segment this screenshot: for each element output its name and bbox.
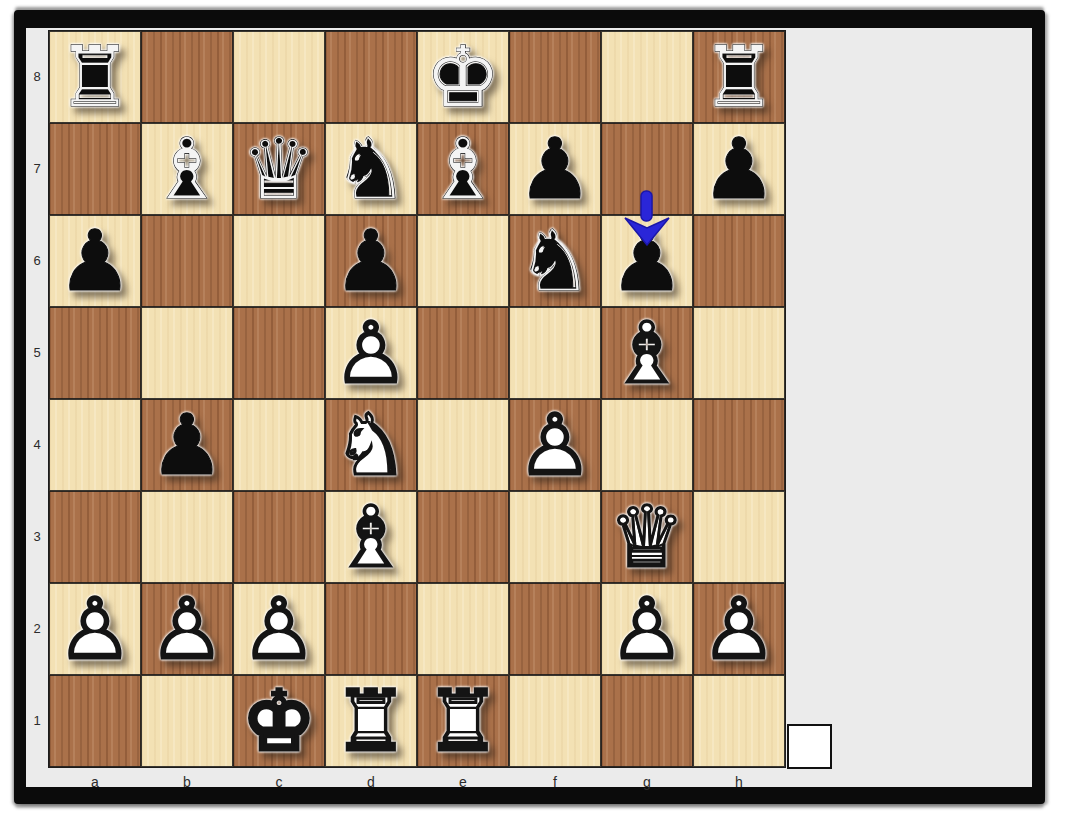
square-b7[interactable]: ♝♗ xyxy=(141,123,233,215)
black-rook-piece[interactable]: ♜♖ xyxy=(693,31,785,123)
file-label-d: d xyxy=(325,774,417,790)
black-pawn-piece[interactable]: ♟ xyxy=(141,399,233,491)
rank-label-1: 1 xyxy=(26,713,48,728)
square-c5[interactable] xyxy=(233,307,325,399)
white-pawn-piece[interactable]: ♟♙ xyxy=(141,583,233,675)
rank-label-5: 5 xyxy=(26,345,48,360)
square-g2[interactable]: ♟♙ xyxy=(601,583,693,675)
square-a5[interactable] xyxy=(49,307,141,399)
file-label-a: a xyxy=(49,774,141,790)
piece-body: ♛ xyxy=(601,491,693,583)
square-d6[interactable]: ♟ xyxy=(325,215,417,307)
diagram-area: ♜♖♚♔♜♖♝♗♛♕♞♘♝♗♟♟♟♟♞♘♟♟♙♝♗♟♞♘♟♙♝♗♛♕♟♙♟♙♟♙… xyxy=(26,28,1032,787)
square-h1[interactable] xyxy=(693,675,785,767)
chess-board: ♜♖♚♔♜♖♝♗♛♕♞♘♝♗♟♟♟♟♞♘♟♟♙♝♗♟♞♘♟♙♝♗♛♕♟♙♟♙♟♙… xyxy=(48,30,786,768)
square-a1[interactable] xyxy=(49,675,141,767)
rank-label-3: 3 xyxy=(26,529,48,544)
black-rook-piece[interactable]: ♜♖ xyxy=(49,31,141,123)
piece-body: ♝ xyxy=(141,123,233,215)
square-e1[interactable]: ♜♖ xyxy=(417,675,509,767)
square-f6[interactable]: ♞♘ xyxy=(509,215,601,307)
square-b6[interactable] xyxy=(141,215,233,307)
square-a6[interactable]: ♟ xyxy=(49,215,141,307)
square-d8[interactable] xyxy=(325,31,417,123)
square-f7[interactable]: ♟ xyxy=(509,123,601,215)
square-e5[interactable] xyxy=(417,307,509,399)
square-b3[interactable] xyxy=(141,491,233,583)
white-pawn-piece[interactable]: ♟♙ xyxy=(509,399,601,491)
square-c2[interactable]: ♟♙ xyxy=(233,583,325,675)
square-a3[interactable] xyxy=(49,491,141,583)
black-pawn-piece[interactable]: ♟ xyxy=(601,215,693,307)
piece-body: ♟ xyxy=(509,123,601,215)
piece-body: ♝ xyxy=(417,123,509,215)
piece-detail: ♖ xyxy=(693,31,785,123)
piece-detail: ♕ xyxy=(601,491,693,583)
square-g4[interactable] xyxy=(601,399,693,491)
piece-body: ♟ xyxy=(693,583,785,675)
side-to-move-indicator xyxy=(787,724,832,769)
square-h8[interactable]: ♜♖ xyxy=(693,31,785,123)
piece-detail: ♙ xyxy=(325,307,417,399)
black-bishop-piece[interactable]: ♝♗ xyxy=(141,123,233,215)
square-d5[interactable]: ♟♙ xyxy=(325,307,417,399)
piece-detail: ♖ xyxy=(49,31,141,123)
square-e6[interactable] xyxy=(417,215,509,307)
piece-body: ♞ xyxy=(509,215,601,307)
file-label-c: c xyxy=(233,774,325,790)
piece-body: ♜ xyxy=(693,31,785,123)
white-rook-piece[interactable]: ♜♖ xyxy=(417,675,509,767)
square-g5[interactable]: ♝♗ xyxy=(601,307,693,399)
square-c4[interactable] xyxy=(233,399,325,491)
black-queen-piece[interactable]: ♛♕ xyxy=(233,123,325,215)
square-a8[interactable]: ♜♖ xyxy=(49,31,141,123)
piece-body: ♝ xyxy=(325,491,417,583)
white-pawn-piece[interactable]: ♟♙ xyxy=(601,583,693,675)
piece-body: ♟ xyxy=(141,399,233,491)
square-b8[interactable] xyxy=(141,31,233,123)
piece-detail: ♘ xyxy=(325,123,417,215)
rank-label-2: 2 xyxy=(26,621,48,636)
square-g1[interactable] xyxy=(601,675,693,767)
black-pawn-piece[interactable]: ♟ xyxy=(693,123,785,215)
white-king-piece[interactable]: ♚♔ xyxy=(233,675,325,767)
square-c8[interactable] xyxy=(233,31,325,123)
square-b5[interactable] xyxy=(141,307,233,399)
piece-detail: ♗ xyxy=(417,123,509,215)
square-e3[interactable] xyxy=(417,491,509,583)
piece-detail: ♕ xyxy=(233,123,325,215)
square-d2[interactable] xyxy=(325,583,417,675)
white-knight-piece[interactable]: ♞♘ xyxy=(325,399,417,491)
black-pawn-piece[interactable]: ♟ xyxy=(49,215,141,307)
square-f3[interactable] xyxy=(509,491,601,583)
square-b1[interactable] xyxy=(141,675,233,767)
piece-detail: ♙ xyxy=(601,583,693,675)
square-e8[interactable]: ♚♔ xyxy=(417,31,509,123)
piece-body: ♝ xyxy=(601,307,693,399)
square-a4[interactable] xyxy=(49,399,141,491)
file-label-e: e xyxy=(417,774,509,790)
piece-body: ♟ xyxy=(601,583,693,675)
piece-body: ♞ xyxy=(325,399,417,491)
file-label-h: h xyxy=(693,774,785,790)
square-g8[interactable] xyxy=(601,31,693,123)
white-rook-piece[interactable]: ♜♖ xyxy=(325,675,417,767)
piece-body: ♟ xyxy=(49,583,141,675)
piece-detail: ♗ xyxy=(141,123,233,215)
piece-detail: ♙ xyxy=(693,583,785,675)
file-label-g: g xyxy=(601,774,693,790)
piece-body: ♟ xyxy=(601,215,693,307)
square-g7[interactable] xyxy=(601,123,693,215)
piece-detail: ♘ xyxy=(509,215,601,307)
piece-detail: ♙ xyxy=(509,399,601,491)
file-label-f: f xyxy=(509,774,601,790)
piece-body: ♞ xyxy=(325,123,417,215)
black-pawn-piece[interactable]: ♟ xyxy=(325,215,417,307)
square-e2[interactable] xyxy=(417,583,509,675)
white-queen-piece[interactable]: ♛♕ xyxy=(601,491,693,583)
square-c1[interactable]: ♚♔ xyxy=(233,675,325,767)
piece-detail: ♖ xyxy=(325,675,417,767)
white-bishop-piece[interactable]: ♝♗ xyxy=(325,491,417,583)
black-knight-piece[interactable]: ♞♘ xyxy=(325,123,417,215)
file-label-b: b xyxy=(141,774,233,790)
piece-detail: ♘ xyxy=(325,399,417,491)
square-d4[interactable]: ♞♘ xyxy=(325,399,417,491)
white-pawn-piece[interactable]: ♟♙ xyxy=(693,583,785,675)
piece-detail: ♔ xyxy=(233,675,325,767)
square-b2[interactable]: ♟♙ xyxy=(141,583,233,675)
square-e7[interactable]: ♝♗ xyxy=(417,123,509,215)
square-a7[interactable] xyxy=(49,123,141,215)
square-c6[interactable] xyxy=(233,215,325,307)
black-bishop-piece[interactable]: ♝♗ xyxy=(417,123,509,215)
piece-body: ♜ xyxy=(417,675,509,767)
white-bishop-piece[interactable]: ♝♗ xyxy=(601,307,693,399)
piece-detail: ♙ xyxy=(233,583,325,675)
piece-body: ♚ xyxy=(417,31,509,123)
square-f4[interactable]: ♟♙ xyxy=(509,399,601,491)
square-h3[interactable] xyxy=(693,491,785,583)
white-pawn-piece[interactable]: ♟♙ xyxy=(325,307,417,399)
piece-body: ♟ xyxy=(49,215,141,307)
square-c7[interactable]: ♛♕ xyxy=(233,123,325,215)
black-king-piece[interactable]: ♚♔ xyxy=(417,31,509,123)
square-e4[interactable] xyxy=(417,399,509,491)
square-f5[interactable] xyxy=(509,307,601,399)
black-pawn-piece[interactable]: ♟ xyxy=(509,123,601,215)
rank-label-8: 8 xyxy=(26,69,48,84)
square-f2[interactable] xyxy=(509,583,601,675)
piece-body: ♜ xyxy=(325,675,417,767)
square-g6[interactable]: ♟ xyxy=(601,215,693,307)
black-knight-piece[interactable]: ♞♘ xyxy=(509,215,601,307)
square-h5[interactable] xyxy=(693,307,785,399)
square-c3[interactable] xyxy=(233,491,325,583)
square-g3[interactable]: ♛♕ xyxy=(601,491,693,583)
piece-detail: ♙ xyxy=(141,583,233,675)
rank-label-4: 4 xyxy=(26,437,48,452)
piece-body: ♚ xyxy=(233,675,325,767)
piece-body: ♟ xyxy=(325,215,417,307)
square-h7[interactable]: ♟ xyxy=(693,123,785,215)
square-d3[interactable]: ♝♗ xyxy=(325,491,417,583)
square-d1[interactable]: ♜♖ xyxy=(325,675,417,767)
rank-label-7: 7 xyxy=(26,161,48,176)
white-pawn-piece[interactable]: ♟♙ xyxy=(233,583,325,675)
piece-body: ♟ xyxy=(509,399,601,491)
diagram-page: ♜♖♚♔♜♖♝♗♛♕♞♘♝♗♟♟♟♟♞♘♟♟♙♝♗♟♞♘♟♙♝♗♛♕♟♙♟♙♟♙… xyxy=(0,0,1066,821)
piece-body: ♟ xyxy=(233,583,325,675)
piece-detail: ♔ xyxy=(417,31,509,123)
piece-body: ♟ xyxy=(693,123,785,215)
square-b4[interactable]: ♟ xyxy=(141,399,233,491)
piece-body: ♟ xyxy=(141,583,233,675)
square-f1[interactable] xyxy=(509,675,601,767)
square-h4[interactable] xyxy=(693,399,785,491)
piece-body: ♜ xyxy=(49,31,141,123)
piece-detail: ♖ xyxy=(417,675,509,767)
square-f8[interactable] xyxy=(509,31,601,123)
rank-label-6: 6 xyxy=(26,253,48,268)
square-a2[interactable]: ♟♙ xyxy=(49,583,141,675)
piece-detail: ♗ xyxy=(601,307,693,399)
square-h6[interactable] xyxy=(693,215,785,307)
piece-body: ♛ xyxy=(233,123,325,215)
piece-body: ♟ xyxy=(325,307,417,399)
square-h2[interactable]: ♟♙ xyxy=(693,583,785,675)
white-pawn-piece[interactable]: ♟♙ xyxy=(49,583,141,675)
hand-drawn-frame: ♜♖♚♔♜♖♝♗♛♕♞♘♝♗♟♟♟♟♞♘♟♟♙♝♗♟♞♘♟♙♝♗♛♕♟♙♟♙♟♙… xyxy=(14,10,1045,804)
piece-detail: ♙ xyxy=(49,583,141,675)
piece-detail: ♗ xyxy=(325,491,417,583)
square-d7[interactable]: ♞♘ xyxy=(325,123,417,215)
